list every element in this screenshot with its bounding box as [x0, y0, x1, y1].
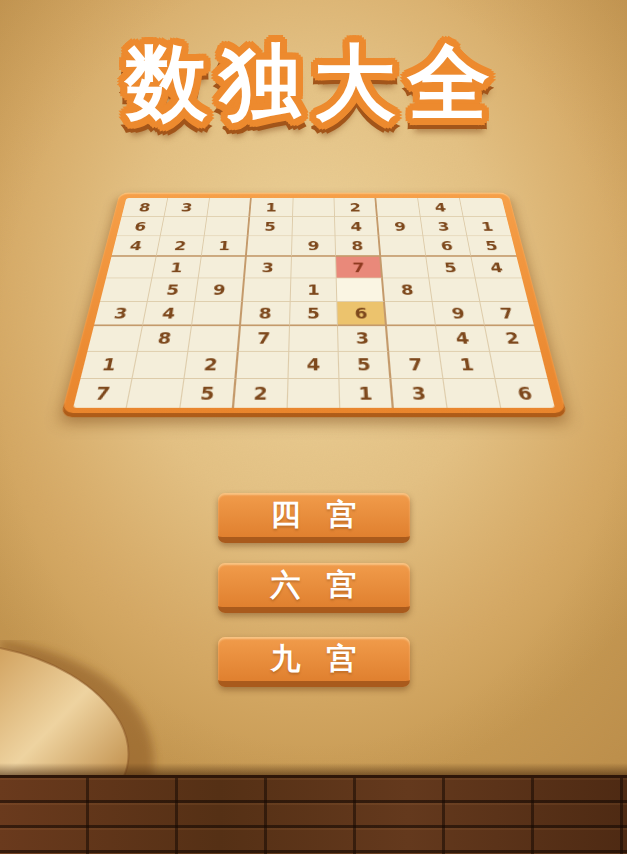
- cell-r3c6: 8: [335, 236, 381, 257]
- cell-r9c2: [126, 379, 184, 408]
- cell-r2c2: [160, 217, 207, 237]
- mode-button-6x6-label: 六宫: [271, 565, 383, 606]
- cell-r3c4: [246, 236, 292, 257]
- cell-r2c5: [292, 217, 336, 237]
- cell-r7c4: 7: [238, 326, 289, 352]
- cell-r8c2: [132, 352, 188, 379]
- cell-r3c3: 1: [201, 236, 248, 257]
- cell-r8c6: 5: [339, 352, 392, 379]
- cell-r4c9: 4: [471, 257, 522, 279]
- cell-r5c5: 1: [290, 279, 338, 302]
- cell-r7c1: [87, 326, 142, 352]
- mode-button-9x9[interactable]: 九宫: [218, 637, 410, 687]
- cell-r7c7: [387, 326, 440, 352]
- cell-r3c8: 6: [423, 236, 471, 257]
- cell-r9c8: [443, 379, 501, 408]
- cell-r5c7: 8: [383, 279, 432, 302]
- cell-r6c9: 7: [480, 302, 534, 326]
- app-title: 数独大全: [0, 38, 627, 128]
- cell-r4c4: 3: [244, 257, 291, 279]
- cell-r5c2: 5: [147, 279, 198, 302]
- cell-r7c2: 8: [137, 326, 191, 352]
- cell-r7c6: 3: [338, 326, 389, 352]
- sudoku-grid: 8312465493142198651375459183485697873421…: [73, 198, 555, 408]
- cell-r4c7: [381, 257, 429, 279]
- cell-r1c9: [459, 198, 505, 217]
- cell-r1c8: 4: [418, 198, 463, 217]
- cell-r2c6: 4: [335, 217, 379, 237]
- mode-button-4x4[interactable]: 四宫: [218, 493, 410, 543]
- mode-button-4x4-label: 四宫: [271, 495, 383, 536]
- cell-r6c8: 9: [432, 302, 484, 326]
- cell-r3c9: 5: [467, 236, 516, 257]
- cell-r8c1: 1: [80, 352, 137, 379]
- cell-r6c3: [191, 302, 242, 326]
- cell-r5c1: [100, 279, 152, 302]
- cell-r2c4: 5: [248, 217, 292, 237]
- cell-r8c9: [490, 352, 547, 379]
- cell-r1c3: [207, 198, 251, 217]
- floor-shadow: [0, 763, 627, 775]
- cell-r9c1: 7: [73, 379, 132, 408]
- sudoku-app-screen: { "app": { "title": "数独大全" }, "game": "s…: [0, 0, 627, 854]
- sudoku-board: 8312465493142198651375459183485697873421…: [60, 193, 567, 418]
- cell-r6c5: 5: [289, 302, 338, 326]
- cell-r1c2: 3: [164, 198, 209, 217]
- cell-r3c2: 2: [156, 236, 204, 257]
- page-curl: [0, 640, 175, 780]
- cell-r4c3: [198, 257, 246, 279]
- cell-r8c4: [236, 352, 289, 379]
- cell-r9c9: 6: [495, 379, 554, 408]
- cell-r6c2: 4: [142, 302, 194, 326]
- cell-r8c7: 7: [389, 352, 443, 379]
- cell-r8c8: 1: [439, 352, 495, 379]
- cell-r2c7: 9: [378, 217, 424, 237]
- cell-r7c9: 2: [485, 326, 540, 352]
- mode-button-6x6[interactable]: 六宫: [218, 563, 410, 613]
- cell-r4c8: 5: [426, 257, 475, 279]
- cell-r7c5: [288, 326, 338, 352]
- board-frame: 8312465493142198651375459183485697873421…: [60, 193, 567, 418]
- cell-r3c7: [379, 236, 426, 257]
- mode-button-9x9-label: 九宫: [271, 639, 383, 680]
- cell-r5c6: [337, 279, 385, 302]
- cell-r6c1: 3: [93, 302, 147, 326]
- cell-r5c3: 9: [195, 279, 244, 302]
- cell-r8c5: 4: [288, 352, 340, 379]
- cell-r1c5: [292, 198, 335, 217]
- cell-r1c6: 2: [334, 198, 377, 217]
- cell-r2c3: [204, 217, 250, 237]
- cell-r7c8: 4: [436, 326, 490, 352]
- cell-r7c3: [188, 326, 241, 352]
- cell-r9c6: 1: [339, 379, 393, 408]
- cell-r5c8: [429, 279, 480, 302]
- cell-r4c5: [290, 257, 336, 279]
- wood-floor: [0, 775, 627, 854]
- cell-r4c2: 1: [152, 257, 201, 279]
- cell-r3c1: 4: [111, 236, 160, 257]
- cell-r6c4: 8: [240, 302, 290, 326]
- cell-r3c5: 9: [291, 236, 336, 257]
- cell-r6c7: [385, 302, 436, 326]
- cell-r5c9: [475, 279, 527, 302]
- cell-r9c5: [287, 379, 341, 408]
- cell-r2c1: 6: [116, 217, 164, 237]
- cell-r6c6: 6: [337, 302, 387, 326]
- cell-r2c8: 3: [420, 217, 467, 237]
- cell-r1c4: 1: [249, 198, 292, 217]
- cell-r4c1: [105, 257, 156, 279]
- cell-r5c4: [242, 279, 290, 302]
- cell-r1c1: 8: [121, 198, 167, 217]
- cell-r9c7: 3: [391, 379, 447, 408]
- cell-r4c6: 7: [336, 257, 383, 279]
- cell-r9c4: 2: [233, 379, 287, 408]
- cell-r1c7: [376, 198, 420, 217]
- cell-r2c9: 1: [463, 217, 511, 237]
- cell-r8c3: 2: [184, 352, 238, 379]
- cell-r9c3: 5: [180, 379, 236, 408]
